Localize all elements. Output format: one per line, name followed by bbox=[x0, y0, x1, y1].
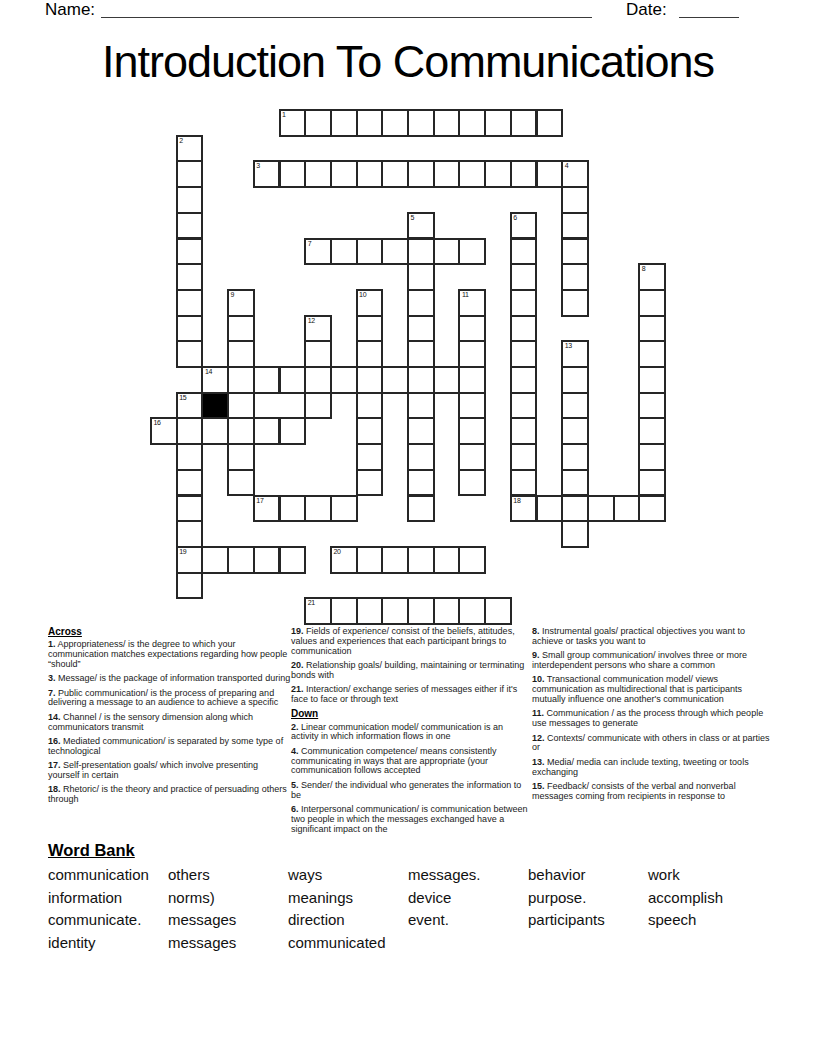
grid-cell[interactable] bbox=[176, 572, 204, 600]
grid-cell[interactable] bbox=[356, 469, 384, 497]
grid-cell[interactable] bbox=[176, 315, 204, 343]
grid-cell[interactable] bbox=[227, 469, 255, 497]
grid-cell[interactable] bbox=[407, 546, 435, 574]
name-label: Name: bbox=[45, 0, 95, 20]
grid-cell[interactable] bbox=[330, 495, 358, 523]
clue-number-1: 1 bbox=[282, 111, 286, 119]
grid-cell[interactable] bbox=[176, 520, 204, 548]
clue-17: 17. Self-presentation goals/ which invol… bbox=[48, 761, 292, 781]
grid-cell[interactable] bbox=[227, 417, 255, 445]
page-title: Introduction To Communications bbox=[0, 36, 816, 88]
grid-cell[interactable] bbox=[561, 263, 589, 291]
clue-8: 8. Instrumental goals/ practical objecti… bbox=[532, 627, 778, 647]
grid-cell[interactable] bbox=[356, 546, 384, 574]
grid-cell[interactable] bbox=[433, 546, 461, 574]
grid-cell[interactable] bbox=[536, 495, 564, 523]
grid-cell[interactable] bbox=[510, 315, 538, 343]
grid-cell[interactable] bbox=[458, 315, 486, 343]
clue-number-8: 8 bbox=[642, 265, 646, 273]
grid-cell[interactable]: 6 bbox=[510, 212, 538, 240]
grid-cell[interactable] bbox=[638, 366, 666, 394]
grid-cell[interactable] bbox=[407, 597, 435, 625]
grid-cell[interactable] bbox=[510, 238, 538, 266]
grid-cell[interactable]: 4 bbox=[561, 160, 589, 188]
grid-cell[interactable] bbox=[201, 546, 229, 574]
grid-cell[interactable]: 10 bbox=[356, 289, 384, 317]
grid-cell[interactable]: 16 bbox=[150, 417, 178, 445]
grid-cell[interactable]: 12 bbox=[304, 315, 332, 343]
grid-cell[interactable]: 7 bbox=[304, 238, 332, 266]
grid-cell[interactable] bbox=[227, 392, 255, 420]
grid-cell[interactable] bbox=[381, 109, 409, 137]
grid-cell[interactable] bbox=[458, 340, 486, 368]
grid-cell[interactable] bbox=[638, 495, 666, 523]
grid-cell[interactable] bbox=[330, 366, 358, 394]
word-bank-item: work bbox=[648, 864, 723, 887]
clue-number-4: 4 bbox=[565, 162, 569, 170]
grid-cell[interactable]: 1 bbox=[279, 109, 307, 137]
grid-cell[interactable] bbox=[561, 495, 589, 523]
grid-cell[interactable] bbox=[201, 417, 229, 445]
clue-number-15: 15 bbox=[179, 394, 186, 402]
word-bank-item: meanings bbox=[288, 887, 386, 910]
clue-number-14: 14 bbox=[205, 368, 212, 376]
grid-cell[interactable] bbox=[561, 417, 589, 445]
grid-cell[interactable] bbox=[433, 366, 461, 394]
grid-cell[interactable] bbox=[638, 443, 666, 471]
grid-cell[interactable] bbox=[356, 238, 384, 266]
grid-cell[interactable] bbox=[330, 597, 358, 625]
clue-10: 10. Transactional communication model/ v… bbox=[532, 675, 778, 704]
grid-cell[interactable] bbox=[407, 366, 435, 394]
grid-cell[interactable] bbox=[356, 597, 384, 625]
grid-cell[interactable] bbox=[510, 469, 538, 497]
grid-cell[interactable] bbox=[407, 238, 435, 266]
grid-cell[interactable] bbox=[458, 238, 486, 266]
clue-number-17: 17 bbox=[256, 497, 263, 505]
grid-cell[interactable] bbox=[356, 417, 384, 445]
clue-number-18: 18 bbox=[513, 497, 520, 505]
word-bank-item: norms) bbox=[168, 887, 236, 910]
grid-cell[interactable] bbox=[176, 495, 204, 523]
grid-cell[interactable] bbox=[176, 186, 204, 214]
word-bank-column-5: behaviorpurpose.participants bbox=[528, 864, 605, 932]
grid-cell[interactable] bbox=[176, 417, 204, 445]
clue-3: 3. Message/ is the package of informatio… bbox=[48, 674, 292, 684]
grid-cell[interactable] bbox=[304, 495, 332, 523]
grid-cell[interactable] bbox=[176, 238, 204, 266]
clue-13: 13. Media/ media can include texting, tw… bbox=[532, 758, 778, 778]
word-bank-column-2: othersnorms)messagesmessages bbox=[168, 864, 236, 955]
grid-cell[interactable] bbox=[356, 109, 384, 137]
grid-cell[interactable] bbox=[356, 392, 384, 420]
grid-cell[interactable] bbox=[561, 392, 589, 420]
grid-cell[interactable] bbox=[458, 546, 486, 574]
word-bank-item: ways bbox=[288, 864, 386, 887]
grid-cell[interactable] bbox=[484, 597, 512, 625]
grid-cell[interactable] bbox=[253, 417, 281, 445]
crossword-grid: 123456789101112131415161718192021 bbox=[150, 109, 666, 625]
word-bank-item: communication bbox=[48, 864, 149, 887]
grid-cell[interactable] bbox=[638, 392, 666, 420]
grid-cell[interactable] bbox=[356, 366, 384, 394]
grid-cell[interactable] bbox=[458, 443, 486, 471]
grid-cell[interactable] bbox=[407, 109, 435, 137]
grid-cell[interactable]: 8 bbox=[638, 263, 666, 291]
clue-9: 9. Small group communication/ involves t… bbox=[532, 651, 778, 671]
grid-cell[interactable] bbox=[638, 340, 666, 368]
clue-6: 6. Interpersonal communication/ is commu… bbox=[291, 805, 529, 834]
word-bank-column-4: messages.deviceevent. bbox=[408, 864, 481, 932]
grid-cell[interactable] bbox=[458, 366, 486, 394]
grid-cell[interactable] bbox=[536, 109, 564, 137]
grid-cell[interactable] bbox=[304, 392, 332, 420]
word-bank-item: device bbox=[408, 887, 481, 910]
clue-15: 15. Feedback/ consists of the verbal and… bbox=[532, 782, 778, 802]
grid-cell[interactable] bbox=[330, 238, 358, 266]
clue-2: 2. Linear communication model/ communica… bbox=[291, 723, 529, 743]
grid-cell[interactable] bbox=[561, 469, 589, 497]
grid-cell[interactable] bbox=[381, 160, 409, 188]
grid-cell[interactable] bbox=[613, 495, 641, 523]
grid-cell[interactable] bbox=[356, 315, 384, 343]
grid-cell[interactable] bbox=[407, 160, 435, 188]
clue-4: 4. Communication competence/ means consi… bbox=[291, 747, 529, 776]
clue-number-5: 5 bbox=[411, 214, 415, 222]
grid-cell[interactable] bbox=[279, 417, 307, 445]
grid-cell[interactable] bbox=[407, 469, 435, 497]
word-bank-item: messages bbox=[168, 909, 236, 932]
grid-cell[interactable] bbox=[458, 597, 486, 625]
grid-cell[interactable] bbox=[638, 315, 666, 343]
blocked-cell bbox=[201, 392, 229, 420]
grid-cell[interactable] bbox=[638, 469, 666, 497]
grid-cell[interactable]: 14 bbox=[201, 366, 229, 394]
grid-cell[interactable] bbox=[407, 315, 435, 343]
grid-cell[interactable] bbox=[510, 366, 538, 394]
grid-cell[interactable] bbox=[279, 495, 307, 523]
grid-cell[interactable] bbox=[510, 443, 538, 471]
grid-cell[interactable] bbox=[407, 340, 435, 368]
grid-cell[interactable] bbox=[227, 340, 255, 368]
clue-5: 5. Sender/ the individual who generates … bbox=[291, 781, 529, 801]
grid-cell[interactable] bbox=[381, 238, 409, 266]
grid-cell[interactable] bbox=[279, 160, 307, 188]
grid-cell[interactable] bbox=[279, 546, 307, 574]
grid-cell[interactable] bbox=[176, 469, 204, 497]
grid-cell[interactable]: 19 bbox=[176, 546, 204, 574]
grid-cell[interactable] bbox=[458, 392, 486, 420]
grid-cell[interactable] bbox=[484, 109, 512, 137]
worksheet-page: Name: Date: Introduction To Communicatio… bbox=[0, 0, 816, 1056]
word-bank-item: behavior bbox=[528, 864, 605, 887]
clue-number-16: 16 bbox=[154, 419, 161, 427]
word-bank-label: Word Bank bbox=[48, 841, 135, 860]
grid-cell[interactable] bbox=[253, 366, 281, 394]
clue-number-6: 6 bbox=[513, 214, 517, 222]
grid-cell[interactable] bbox=[433, 597, 461, 625]
grid-cell[interactable] bbox=[638, 417, 666, 445]
word-bank-item: participants bbox=[528, 909, 605, 932]
clue-number-2: 2 bbox=[179, 137, 183, 145]
clue-number-19: 19 bbox=[179, 548, 186, 556]
grid-cell[interactable] bbox=[433, 160, 461, 188]
grid-cell[interactable] bbox=[510, 109, 538, 137]
clue-20: 20. Relationship goals/ building, mainta… bbox=[291, 661, 529, 681]
across-header: Across bbox=[48, 627, 292, 637]
grid-cell[interactable] bbox=[176, 212, 204, 240]
clues-column-1: Across1. Appropriateness/ is the degree … bbox=[48, 627, 292, 810]
grid-cell[interactable] bbox=[227, 546, 255, 574]
grid-cell[interactable] bbox=[407, 495, 435, 523]
grid-cell[interactable]: 5 bbox=[407, 212, 435, 240]
grid-cell[interactable] bbox=[561, 366, 589, 394]
grid-cell[interactable] bbox=[561, 186, 589, 214]
clue-7: 7. Public communication/ is the process … bbox=[48, 689, 292, 709]
grid-cell[interactable] bbox=[253, 546, 281, 574]
grid-cell[interactable] bbox=[330, 109, 358, 137]
grid-cell[interactable] bbox=[330, 160, 358, 188]
grid-cell[interactable] bbox=[381, 597, 409, 625]
clue-1: 1. Appropriateness/ is the degree to whi… bbox=[48, 640, 292, 669]
grid-cell[interactable] bbox=[561, 443, 589, 471]
grid-cell[interactable] bbox=[356, 340, 384, 368]
word-bank-item: direction bbox=[288, 909, 386, 932]
down-header: Down bbox=[291, 709, 529, 719]
word-bank-column-6: workaccomplishspeech bbox=[648, 864, 723, 932]
clue-14: 14. Channel / is the sensory dimension a… bbox=[48, 713, 292, 733]
grid-cell[interactable] bbox=[304, 160, 332, 188]
grid-cell[interactable] bbox=[407, 289, 435, 317]
grid-cell[interactable]: 13 bbox=[561, 340, 589, 368]
grid-cell[interactable] bbox=[407, 443, 435, 471]
clue-number-20: 20 bbox=[333, 548, 340, 556]
grid-cell[interactable]: 3 bbox=[253, 160, 281, 188]
grid-cell[interactable] bbox=[356, 443, 384, 471]
grid-cell[interactable] bbox=[381, 366, 409, 394]
grid-cell[interactable] bbox=[561, 238, 589, 266]
clue-11: 11. Communication / as the process throu… bbox=[532, 709, 778, 729]
name-input-line[interactable] bbox=[101, 0, 592, 18]
grid-cell[interactable] bbox=[176, 289, 204, 317]
grid-cell[interactable] bbox=[407, 263, 435, 291]
word-bank-item: purpose. bbox=[528, 887, 605, 910]
date-label: Date: bbox=[626, 0, 667, 20]
word-bank-item: messages. bbox=[408, 864, 481, 887]
grid-cell[interactable] bbox=[407, 417, 435, 445]
grid-cell[interactable]: 20 bbox=[330, 546, 358, 574]
grid-cell[interactable] bbox=[458, 109, 486, 137]
word-bank-item: messages bbox=[168, 932, 236, 955]
grid-cell[interactable] bbox=[510, 289, 538, 317]
clue-19: 19. Fields of experience/ consist of the… bbox=[291, 627, 529, 656]
grid-cell[interactable] bbox=[304, 366, 332, 394]
grid-cell[interactable] bbox=[356, 160, 384, 188]
grid-cell[interactable] bbox=[561, 289, 589, 317]
grid-cell[interactable] bbox=[510, 263, 538, 291]
clues-column-2: 19. Fields of experience/ consist of the… bbox=[291, 627, 529, 839]
grid-cell[interactable] bbox=[510, 392, 538, 420]
clues-column-3: 8. Instrumental goals/ practical objecti… bbox=[532, 627, 778, 806]
word-bank-item: others bbox=[168, 864, 236, 887]
grid-cell[interactable] bbox=[227, 366, 255, 394]
grid-cell[interactable] bbox=[304, 109, 332, 137]
clue-12: 12. Contexts/ communicate with others in… bbox=[532, 734, 778, 754]
clue-number-3: 3 bbox=[256, 162, 260, 170]
word-bank-item: communicate. bbox=[48, 909, 149, 932]
grid-cell[interactable] bbox=[279, 366, 307, 394]
grid-cell[interactable] bbox=[176, 443, 204, 471]
clue-16: 16. Mediated communication/ is separated… bbox=[48, 737, 292, 757]
grid-cell[interactable]: 17 bbox=[253, 495, 281, 523]
grid-cell[interactable]: 11 bbox=[458, 289, 486, 317]
grid-cell[interactable] bbox=[510, 417, 538, 445]
grid-cell[interactable]: 21 bbox=[304, 597, 332, 625]
grid-cell[interactable] bbox=[458, 160, 486, 188]
grid-cell[interactable] bbox=[458, 469, 486, 497]
clue-number-13: 13 bbox=[565, 342, 572, 350]
word-bank-column-1: communicationinformationcommunicate.iden… bbox=[48, 864, 149, 955]
grid-cell[interactable] bbox=[176, 340, 204, 368]
grid-cell[interactable] bbox=[381, 546, 409, 574]
word-bank-item: speech bbox=[648, 909, 723, 932]
clue-number-10: 10 bbox=[359, 291, 366, 299]
grid-cell[interactable] bbox=[484, 160, 512, 188]
grid-cell[interactable] bbox=[536, 160, 564, 188]
clue-number-21: 21 bbox=[308, 599, 315, 607]
grid-cell[interactable]: 18 bbox=[510, 495, 538, 523]
clue-number-9: 9 bbox=[231, 291, 235, 299]
grid-cell[interactable]: 2 bbox=[176, 135, 204, 163]
grid-cell[interactable] bbox=[458, 417, 486, 445]
grid-cell[interactable] bbox=[227, 315, 255, 343]
grid-cell[interactable] bbox=[176, 160, 204, 188]
grid-cell[interactable] bbox=[561, 212, 589, 240]
clue-number-11: 11 bbox=[462, 291, 469, 299]
word-bank-item: identity bbox=[48, 932, 149, 955]
grid-cell[interactable] bbox=[176, 263, 204, 291]
clue-18: 18. Rhetoric/ is the theory and practice… bbox=[48, 785, 292, 805]
grid-cell[interactable]: 15 bbox=[176, 392, 204, 420]
clue-21: 21. Interaction/ exchange series of mess… bbox=[291, 685, 529, 705]
grid-cell[interactable] bbox=[587, 495, 615, 523]
grid-cell[interactable] bbox=[407, 392, 435, 420]
clue-number-7: 7 bbox=[308, 240, 312, 248]
grid-cell[interactable] bbox=[510, 160, 538, 188]
word-bank-item: accomplish bbox=[648, 887, 723, 910]
word-bank-item: communicated bbox=[288, 932, 386, 955]
date-input-line[interactable] bbox=[679, 0, 739, 18]
grid-cell[interactable] bbox=[638, 289, 666, 317]
word-bank-column-3: waysmeaningsdirectioncommunicated bbox=[288, 864, 386, 955]
grid-cell[interactable] bbox=[304, 340, 332, 368]
grid-cell[interactable] bbox=[510, 340, 538, 368]
word-bank-item: information bbox=[48, 887, 149, 910]
clue-number-12: 12 bbox=[308, 317, 315, 325]
grid-cell[interactable]: 9 bbox=[227, 289, 255, 317]
grid-cell[interactable] bbox=[561, 520, 589, 548]
grid-cell[interactable] bbox=[227, 443, 255, 471]
grid-cell[interactable] bbox=[433, 109, 461, 137]
word-bank-item: event. bbox=[408, 909, 481, 932]
grid-cell[interactable] bbox=[433, 238, 461, 266]
